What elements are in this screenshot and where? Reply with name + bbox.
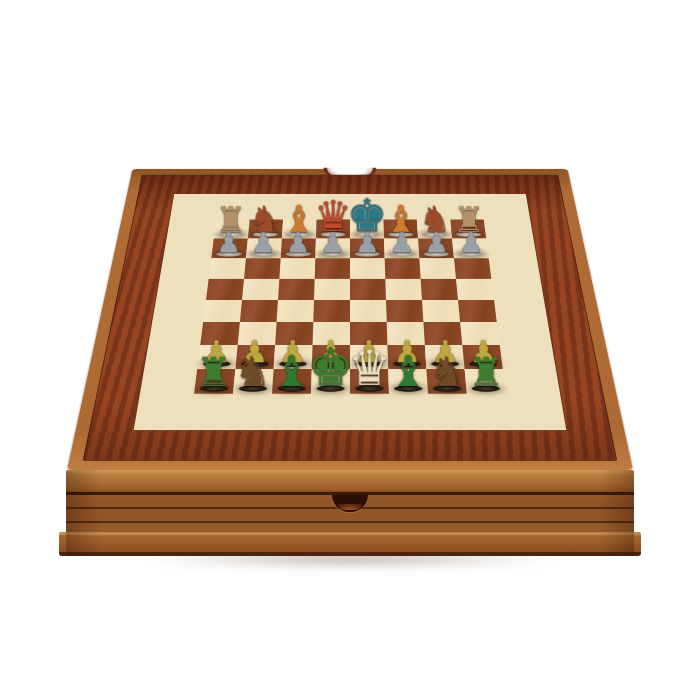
square-c1: ♝ [272,369,312,394]
square-e1: ♛ [350,369,389,394]
square-c5 [278,279,315,300]
square-a1: ♜ [194,369,235,394]
square-h1: ♜ [465,369,506,394]
square-b6 [244,258,281,278]
square-d1: ♚ [311,369,350,394]
square-f5 [385,279,422,300]
square-c7: ♟ [281,239,316,259]
square-d5 [314,279,350,300]
white-knight: ♞ [234,351,271,392]
chess-board-grid: ♜♞♝♛♚♝♞♜♟♟♟♟♟♟♟♟♟♟♟♟♟♟♟♟♜♞♝♚♛♝♞♜ [194,220,506,394]
white-bishop: ♝ [390,350,428,392]
square-f4 [386,300,423,322]
white-rook: ♜ [468,352,504,392]
chess-box-front [66,470,634,556]
square-e6 [350,258,385,278]
maple-frame-strip: ♜♞♝♛♚♝♞♜♟♟♟♟♟♟♟♟♟♟♟♟♟♟♟♟♜♞♝♚♛♝♞♜ [134,194,567,430]
chess-box-lid-top: ♜♞♝♛♚♝♞♜♟♟♟♟♟♟♟♟♟♟♟♟♟♟♟♟♜♞♝♚♛♝♞♜ [67,169,633,470]
square-d4 [313,300,350,322]
black-pawn: ♟ [216,229,241,257]
square-h5 [456,279,494,300]
square-a4 [203,300,242,322]
black-pawn: ♟ [355,229,380,257]
white-rook: ♜ [196,352,232,392]
square-a6 [209,258,246,278]
square-g1: ♞ [426,369,467,394]
black-pawn: ♟ [320,229,345,257]
lid-front-edge [66,470,634,492]
square-a7: ♟ [211,239,248,259]
mahogany-border: ♜♞♝♛♚♝♞♜♟♟♟♟♟♟♟♟♟♟♟♟♟♟♟♟♜♞♝♚♛♝♞♜ [83,175,618,461]
square-g7: ♟ [418,239,454,259]
square-c4 [277,300,314,322]
product-photo-stage: ♜♞♝♛♚♝♞♜♟♟♟♟♟♟♟♟♟♟♟♟♟♟♟♟♜♞♝♚♛♝♞♜ [0,0,700,700]
square-b1: ♞ [233,369,274,394]
base-bottom-shadow [59,552,641,556]
box-wall-low [66,523,634,532]
square-e4 [350,300,387,322]
square-b5 [242,279,279,300]
base-molding [59,535,641,552]
square-h4 [458,300,497,322]
square-e7: ♟ [350,239,385,259]
square-g6 [419,258,456,278]
square-f1: ♝ [388,369,428,394]
square-f7: ♟ [384,239,419,259]
square-a5 [206,279,244,300]
square-g4 [422,300,460,322]
black-pawn: ♟ [459,229,484,257]
square-g5 [421,279,458,300]
square-e5 [350,279,386,300]
square-b7: ♟ [246,239,282,259]
square-d6 [315,258,350,278]
black-pawn: ♟ [251,229,276,257]
black-pawn: ♟ [424,229,449,257]
square-f6 [385,258,421,278]
white-bishop: ♝ [273,350,311,392]
white-queen: ♛ [348,344,392,393]
square-b4 [240,300,278,322]
white-knight: ♞ [429,351,466,392]
square-c6 [279,258,315,278]
square-h7: ♟ [452,239,489,259]
black-pawn: ♟ [286,229,311,257]
square-h6 [454,258,491,278]
black-pawn: ♟ [389,229,414,257]
square-d7: ♟ [315,239,350,259]
